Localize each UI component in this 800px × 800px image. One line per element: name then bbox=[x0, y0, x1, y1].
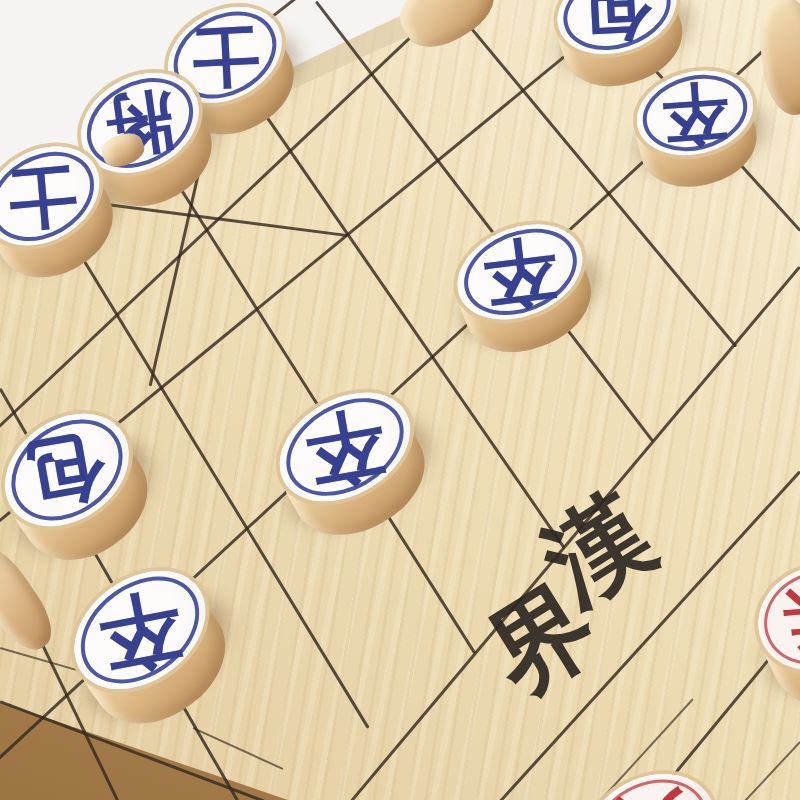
piece-character-卒: 卒 bbox=[300, 402, 390, 492]
grid-line-red-file-stub-2 bbox=[744, 741, 800, 800]
black-soldier[interactable]: 卒 bbox=[260, 370, 429, 523]
wood-cylinder bbox=[754, 0, 800, 118]
piece-character-士: 士 bbox=[190, 20, 260, 90]
piece-character-卒: 卒 bbox=[660, 78, 730, 148]
piece-character-兵: 兵 bbox=[607, 787, 693, 800]
red-red-piece[interactable]: 兵 bbox=[741, 548, 800, 688]
piece-seen-edge-on[interactable] bbox=[754, 0, 800, 118]
red-red-piece[interactable]: 兵 bbox=[566, 752, 735, 800]
black-cannon[interactable]: 包 bbox=[546, 0, 688, 69]
xiangqi-photo: 漢 界 士將士包包卒卒卒卒兵兵 bbox=[0, 0, 800, 800]
piece-character-卒: 卒 bbox=[93, 583, 188, 678]
piece-character-包: 包 bbox=[581, 0, 652, 46]
piece-character-包: 包 bbox=[24, 427, 111, 514]
piece-character-卒: 卒 bbox=[479, 231, 560, 312]
piece-character-士: 士 bbox=[5, 159, 79, 233]
piece-face: 兵 bbox=[566, 752, 735, 800]
